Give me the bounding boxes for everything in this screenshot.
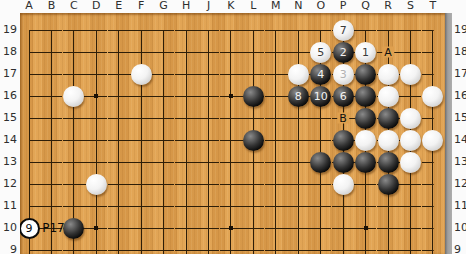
intersection-M14[interactable]	[265, 129, 287, 151]
stone-black-P14[interactable]	[333, 130, 354, 151]
intersection-D19[interactable]	[85, 19, 107, 41]
intersection-Q13[interactable]	[354, 151, 376, 173]
intersection-T18[interactable]	[422, 41, 444, 63]
intersection-H15[interactable]	[175, 107, 197, 129]
intersection-R10[interactable]	[377, 217, 399, 239]
intersection-J18[interactable]	[197, 41, 219, 63]
intersection-J14[interactable]	[197, 129, 219, 151]
intersection-K11[interactable]	[220, 195, 242, 217]
intersection-H16[interactable]	[175, 85, 197, 107]
intersection-K18[interactable]	[220, 41, 242, 63]
intersection-R11[interactable]	[377, 195, 399, 217]
intersection-P16[interactable]: 6	[332, 85, 354, 107]
intersection-Q15[interactable]	[354, 107, 376, 129]
intersection-S16[interactable]	[399, 85, 421, 107]
intersection-G11[interactable]	[152, 195, 174, 217]
intersection-R14[interactable]	[377, 129, 399, 151]
intersection-L16[interactable]	[242, 85, 264, 107]
intersection-G12[interactable]	[152, 173, 174, 195]
stone-black-O16[interactable]: 10	[310, 86, 331, 107]
move-note-circle: 9	[20, 218, 40, 239]
stone-white-R14[interactable]	[378, 130, 399, 151]
intersection-Q12[interactable]	[354, 173, 376, 195]
row-label-right-13: 13	[454, 156, 466, 168]
intersection-C11[interactable]	[63, 195, 85, 217]
stone-white-C16[interactable]	[63, 86, 84, 107]
intersection-P9[interactable]	[332, 239, 354, 254]
row-label-right-19: 19	[454, 24, 466, 36]
intersection-G15[interactable]	[152, 107, 174, 129]
row-label-left-17: 17	[0, 68, 17, 80]
intersection-T17[interactable]	[422, 63, 444, 85]
move-note-text: P17	[42, 221, 65, 235]
intersection-F17[interactable]	[130, 63, 152, 85]
intersection-P19[interactable]: 7	[332, 19, 354, 41]
intersection-O16[interactable]: 10	[309, 85, 331, 107]
stone-white-P17[interactable]: 3	[333, 64, 354, 85]
intersection-N19[interactable]	[287, 19, 309, 41]
intersection-N15[interactable]	[287, 107, 309, 129]
col-label-Q: Q	[361, 0, 370, 12]
intersection-N13[interactable]	[287, 151, 309, 173]
col-label-B: B	[48, 0, 56, 12]
col-label-A: A	[25, 0, 33, 12]
intersection-P17[interactable]: 3	[332, 63, 354, 85]
intersection-T11[interactable]	[422, 195, 444, 217]
intersection-L19[interactable]	[242, 19, 264, 41]
intersection-N18[interactable]	[287, 41, 309, 63]
row-label-left-18: 18	[0, 46, 17, 58]
intersection-T12[interactable]	[422, 173, 444, 195]
intersection-Q14[interactable]	[354, 129, 376, 151]
intersection-R19[interactable]	[377, 19, 399, 41]
intersection-C18[interactable]	[63, 41, 85, 63]
col-label-P: P	[340, 0, 347, 12]
col-label-T: T	[430, 0, 437, 12]
row-label-left-14: 14	[0, 134, 17, 146]
intersection-T13[interactable]	[422, 151, 444, 173]
intersection-G17[interactable]	[152, 63, 174, 85]
stone-black-O17[interactable]: 4	[310, 64, 331, 85]
intersection-A15[interactable]	[20, 107, 40, 129]
intersection-K12[interactable]	[220, 173, 242, 195]
intersection-C12[interactable]	[63, 173, 85, 195]
intersection-G16[interactable]	[152, 85, 174, 107]
intersection-S9[interactable]	[399, 239, 421, 254]
intersection-N11[interactable]	[287, 195, 309, 217]
intersection-D13[interactable]	[85, 151, 107, 173]
intersection-K19[interactable]	[220, 19, 242, 41]
stone-white-F17[interactable]	[131, 64, 152, 85]
intersection-J15[interactable]	[197, 107, 219, 129]
col-label-S: S	[407, 0, 414, 12]
intersection-Q9[interactable]	[354, 239, 376, 254]
intersection-M15[interactable]	[265, 107, 287, 129]
go-diagram-window: ABCDEFGHJKLMNOPQRST 19181716151413121110…	[0, 0, 466, 254]
intersection-F10[interactable]	[130, 217, 152, 239]
intersection-J13[interactable]	[197, 151, 219, 173]
row-label-right-11: 11	[454, 200, 466, 212]
intersection-N9[interactable]	[287, 239, 309, 254]
intersection-A14[interactable]	[20, 129, 40, 151]
stone-black-R12[interactable]	[378, 174, 399, 195]
row-label-left-15: 15	[0, 112, 17, 124]
intersection-B15[interactable]	[40, 107, 62, 129]
row-label-right-9: 9	[454, 244, 466, 254]
star-point-K16	[229, 94, 233, 98]
intersection-E9[interactable]	[108, 239, 130, 254]
intersection-Q11[interactable]	[354, 195, 376, 217]
intersection-H12[interactable]	[175, 173, 197, 195]
intersection-A11[interactable]	[20, 195, 40, 217]
intersection-M12[interactable]	[265, 173, 287, 195]
row-label-right-10: 10	[454, 222, 466, 234]
intersection-B13[interactable]	[40, 151, 62, 173]
intersection-N17[interactable]	[287, 63, 309, 85]
intersection-F11[interactable]	[130, 195, 152, 217]
intersection-N12[interactable]	[287, 173, 309, 195]
intersection-M19[interactable]	[265, 19, 287, 41]
stone-white-S17[interactable]	[400, 64, 421, 85]
stone-black-N16[interactable]: 8	[288, 86, 309, 107]
col-label-F: F	[138, 0, 144, 12]
intersection-L12[interactable]	[242, 173, 264, 195]
row-label-left-13: 13	[0, 156, 17, 168]
intersection-L15[interactable]	[242, 107, 264, 129]
star-point-Q10	[364, 226, 368, 230]
intersection-E19[interactable]	[108, 19, 130, 41]
intersection-D14[interactable]	[85, 129, 107, 151]
stone-black-C10[interactable]	[63, 218, 84, 239]
intersection-T14[interactable]	[422, 129, 444, 151]
board-label-A: A	[382, 47, 394, 58]
intersection-K13[interactable]	[220, 151, 242, 173]
intersection-Q17[interactable]	[354, 63, 376, 85]
intersection-S10[interactable]	[399, 217, 421, 239]
intersection-O18[interactable]: 5	[309, 41, 331, 63]
intersection-O11[interactable]	[309, 195, 331, 217]
intersection-J11[interactable]	[197, 195, 219, 217]
intersection-A12[interactable]	[20, 173, 40, 195]
intersection-L18[interactable]	[242, 41, 264, 63]
intersection-R16[interactable]	[377, 85, 399, 107]
intersection-B11[interactable]	[40, 195, 62, 217]
intersection-T16[interactable]	[422, 85, 444, 107]
intersection-L13[interactable]	[242, 151, 264, 173]
stone-black-P18[interactable]: 2	[333, 42, 354, 63]
stone-white-T16[interactable]	[422, 86, 443, 107]
intersection-C16[interactable]	[63, 85, 85, 107]
intersection-H13[interactable]	[175, 151, 197, 173]
intersection-H14[interactable]	[175, 129, 197, 151]
intersection-Q19[interactable]	[354, 19, 376, 41]
intersection-P10[interactable]	[332, 217, 354, 239]
intersection-G19[interactable]	[152, 19, 174, 41]
stone-black-Q17[interactable]	[355, 64, 376, 85]
intersection-C17[interactable]	[63, 63, 85, 85]
row-label-right-12: 12	[454, 178, 466, 190]
row-label-left-19: 19	[0, 24, 17, 36]
star-point-D10	[94, 226, 98, 230]
intersection-E13[interactable]	[108, 151, 130, 173]
intersection-S18[interactable]	[399, 41, 421, 63]
col-label-O: O	[316, 0, 325, 12]
intersection-T9[interactable]	[422, 239, 444, 254]
intersection-F18[interactable]	[130, 41, 152, 63]
intersection-M16[interactable]	[265, 85, 287, 107]
intersection-E11[interactable]	[108, 195, 130, 217]
row-label-left-12: 12	[0, 178, 17, 190]
col-label-R: R	[384, 0, 392, 12]
intersection-E17[interactable]	[108, 63, 130, 85]
intersection-G13[interactable]	[152, 151, 174, 173]
intersection-T10[interactable]	[422, 217, 444, 239]
board-right-edge-shadow	[445, 13, 452, 254]
intersection-E14[interactable]	[108, 129, 130, 151]
intersection-F19[interactable]	[130, 19, 152, 41]
col-label-C: C	[70, 0, 78, 12]
intersection-S19[interactable]	[399, 19, 421, 41]
intersection-G14[interactable]	[152, 129, 174, 151]
intersection-C19[interactable]	[63, 19, 85, 41]
intersection-M18[interactable]	[265, 41, 287, 63]
intersection-O19[interactable]	[309, 19, 331, 41]
intersection-C13[interactable]	[63, 151, 85, 173]
col-label-E: E	[115, 0, 122, 12]
intersection-A10[interactable]: 9	[20, 217, 40, 239]
intersection-S13[interactable]	[399, 151, 421, 173]
intersection-J17[interactable]	[197, 63, 219, 85]
intersection-E15[interactable]	[108, 107, 130, 129]
row-label-right-16: 16	[454, 90, 466, 102]
intersection-M11[interactable]	[265, 195, 287, 217]
intersection-J19[interactable]	[197, 19, 219, 41]
col-label-J: J	[207, 0, 210, 12]
intersection-D11[interactable]	[85, 195, 107, 217]
stone-black-L14[interactable]	[243, 130, 264, 151]
col-label-L: L	[250, 0, 256, 12]
star-point-D16	[94, 94, 98, 98]
intersection-L14[interactable]	[242, 129, 264, 151]
intersection-S11[interactable]	[399, 195, 421, 217]
intersection-O17[interactable]: 4	[309, 63, 331, 85]
stone-white-Q18[interactable]: 1	[355, 42, 376, 63]
intersection-P11[interactable]	[332, 195, 354, 217]
intersection-R9[interactable]	[377, 239, 399, 254]
intersection-K10[interactable]	[220, 217, 242, 239]
intersection-P12[interactable]	[332, 173, 354, 195]
intersection-O9[interactable]	[309, 239, 331, 254]
row-label-left-11: 11	[0, 200, 17, 212]
stone-white-D12[interactable]	[86, 174, 107, 195]
intersection-B14[interactable]	[40, 129, 62, 151]
intersection-S14[interactable]	[399, 129, 421, 151]
stone-white-P12[interactable]	[333, 174, 354, 195]
star-point-K10	[229, 226, 233, 230]
intersection-A16[interactable]	[20, 85, 40, 107]
intersection-O15[interactable]	[309, 107, 331, 129]
intersection-B9[interactable]	[40, 239, 62, 254]
intersection-A18[interactable]	[20, 41, 40, 63]
intersection-D12[interactable]	[85, 173, 107, 195]
intersection-D16[interactable]	[85, 85, 107, 107]
intersection-F9[interactable]	[130, 239, 152, 254]
intersection-D18[interactable]	[85, 41, 107, 63]
stone-black-P13[interactable]	[333, 152, 354, 173]
intersection-E10[interactable]	[108, 217, 130, 239]
intersection-P13[interactable]	[332, 151, 354, 173]
stone-white-P19[interactable]: 7	[333, 20, 354, 41]
row-label-right-18: 18	[454, 46, 466, 58]
intersection-Q10[interactable]	[354, 217, 376, 239]
intersection-C14[interactable]	[63, 129, 85, 151]
row-label-right-17: 17	[454, 68, 466, 80]
intersection-J9[interactable]	[197, 239, 219, 254]
intersection-H11[interactable]	[175, 195, 197, 217]
intersection-L17[interactable]	[242, 63, 264, 85]
intersection-B18[interactable]	[40, 41, 62, 63]
intersection-G10[interactable]	[152, 217, 174, 239]
intersection-Q18[interactable]: 1	[354, 41, 376, 63]
row-label-right-15: 15	[454, 112, 466, 124]
col-label-N: N	[294, 0, 302, 12]
intersection-A9[interactable]	[20, 239, 40, 254]
intersection-T19[interactable]	[422, 19, 444, 41]
intersection-F14[interactable]	[130, 129, 152, 151]
stone-white-R17[interactable]	[378, 64, 399, 85]
intersection-H18[interactable]	[175, 41, 197, 63]
intersection-N14[interactable]	[287, 129, 309, 151]
intersection-S17[interactable]	[399, 63, 421, 85]
intersection-Q16[interactable]	[354, 85, 376, 107]
intersection-K9[interactable]	[220, 239, 242, 254]
stone-white-S14[interactable]	[400, 130, 421, 151]
intersection-T15[interactable]	[422, 107, 444, 129]
row-label-left-9: 9	[0, 244, 17, 254]
intersection-O13[interactable]	[309, 151, 331, 173]
intersection-K14[interactable]	[220, 129, 242, 151]
intersection-S12[interactable]	[399, 173, 421, 195]
intersection-P14[interactable]	[332, 129, 354, 151]
intersection-C10[interactable]	[63, 217, 85, 239]
stone-black-Q13[interactable]	[355, 152, 376, 173]
intersection-F16[interactable]	[130, 85, 152, 107]
intersection-S15[interactable]	[399, 107, 421, 129]
row-label-right-14: 14	[454, 134, 466, 146]
intersection-H19[interactable]	[175, 19, 197, 41]
intersection-C9[interactable]	[63, 239, 85, 254]
intersection-D9[interactable]	[85, 239, 107, 254]
stone-white-O18[interactable]: 5	[310, 42, 331, 63]
intersection-O10[interactable]	[309, 217, 331, 239]
intersection-B10[interactable]: P17	[40, 217, 62, 239]
stone-white-S15[interactable]	[400, 108, 421, 129]
intersection-M17[interactable]	[265, 63, 287, 85]
intersection-D17[interactable]	[85, 63, 107, 85]
intersection-P18[interactable]: 2	[332, 41, 354, 63]
stone-black-R13[interactable]	[378, 152, 399, 173]
stone-white-R16[interactable]	[378, 86, 399, 107]
intersection-J16[interactable]	[197, 85, 219, 107]
col-label-G: G	[159, 0, 168, 12]
intersection-H9[interactable]	[175, 239, 197, 254]
intersection-R18[interactable]: A	[377, 41, 399, 63]
intersection-C15[interactable]	[63, 107, 85, 129]
intersection-K15[interactable]	[220, 107, 242, 129]
stone-white-T14[interactable]	[422, 130, 443, 151]
intersection-F13[interactable]	[130, 151, 152, 173]
stone-black-R15[interactable]	[378, 108, 399, 129]
intersection-O14[interactable]	[309, 129, 331, 151]
intersection-M13[interactable]	[265, 151, 287, 173]
intersection-J10[interactable]	[197, 217, 219, 239]
intersection-K17[interactable]	[220, 63, 242, 85]
intersection-B16[interactable]	[40, 85, 62, 107]
board-grid: 7521A438106B9P17	[20, 19, 444, 254]
stone-black-P16[interactable]: 6	[333, 86, 354, 107]
intersection-M10[interactable]	[265, 217, 287, 239]
intersection-N16[interactable]: 8	[287, 85, 309, 107]
stone-black-O13[interactable]	[310, 152, 331, 173]
col-label-K: K	[227, 0, 234, 12]
intersection-K16[interactable]	[220, 85, 242, 107]
row-label-left-16: 16	[0, 90, 17, 102]
intersection-G18[interactable]	[152, 41, 174, 63]
intersection-H10[interactable]	[175, 217, 197, 239]
col-label-D: D	[92, 0, 100, 12]
intersection-F15[interactable]	[130, 107, 152, 129]
intersection-P15[interactable]: B	[332, 107, 354, 129]
go-board: 7521A438106B9P17	[20, 13, 445, 254]
intersection-R13[interactable]	[377, 151, 399, 173]
intersection-A17[interactable]	[20, 63, 40, 85]
intersection-B19[interactable]	[40, 19, 62, 41]
intersection-D10[interactable]	[85, 217, 107, 239]
stone-black-L16[interactable]	[243, 86, 264, 107]
row-label-left-10: 10	[0, 222, 17, 234]
stone-white-S13[interactable]	[400, 152, 421, 173]
board-label-B: B	[337, 113, 349, 124]
col-label-H: H	[182, 0, 190, 12]
intersection-F12[interactable]	[130, 173, 152, 195]
intersection-D15[interactable]	[85, 107, 107, 129]
intersection-O12[interactable]	[309, 173, 331, 195]
intersection-N10[interactable]	[287, 217, 309, 239]
intersection-B12[interactable]	[40, 173, 62, 195]
stone-white-N17[interactable]	[288, 64, 309, 85]
col-label-M: M	[271, 0, 281, 12]
intersection-E16[interactable]	[108, 85, 130, 107]
intersection-L11[interactable]	[242, 195, 264, 217]
intersection-E12[interactable]	[108, 173, 130, 195]
intersection-E18[interactable]	[108, 41, 130, 63]
intersection-R17[interactable]	[377, 63, 399, 85]
intersection-L9[interactable]	[242, 239, 264, 254]
stone-white-Q14[interactable]	[355, 130, 376, 151]
intersection-H17[interactable]	[175, 63, 197, 85]
intersection-G9[interactable]	[152, 239, 174, 254]
stone-black-Q16[interactable]	[355, 86, 376, 107]
intersection-R15[interactable]	[377, 107, 399, 129]
stone-black-Q15[interactable]	[355, 108, 376, 129]
intersection-M9[interactable]	[265, 239, 287, 254]
intersection-R12[interactable]	[377, 173, 399, 195]
intersection-A19[interactable]	[20, 19, 40, 41]
intersection-J12[interactable]	[197, 173, 219, 195]
intersection-B17[interactable]	[40, 63, 62, 85]
intersection-A13[interactable]	[20, 151, 40, 173]
intersection-L10[interactable]	[242, 217, 264, 239]
